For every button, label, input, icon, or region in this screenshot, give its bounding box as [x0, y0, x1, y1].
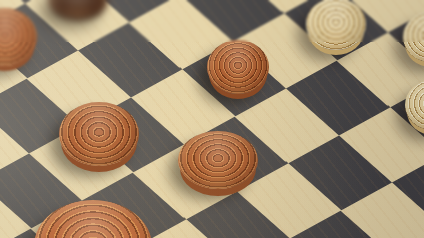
cream-checker-piece[interactable] [403, 12, 424, 62]
cream-checker-piece[interactable] [306, 0, 366, 50]
dark-checker-piece[interactable] [207, 40, 269, 94]
dark-checker-piece[interactable] [0, 8, 37, 66]
checkers-photo [0, 0, 424, 238]
dark-checker-piece[interactable] [59, 102, 139, 166]
dark-checker-piece[interactable] [48, 0, 108, 18]
dark-checker-piece[interactable] [34, 200, 152, 238]
cream-checker-piece[interactable] [405, 80, 424, 130]
dark-checker-piece[interactable] [178, 131, 258, 189]
pieces-layer [0, 0, 424, 238]
